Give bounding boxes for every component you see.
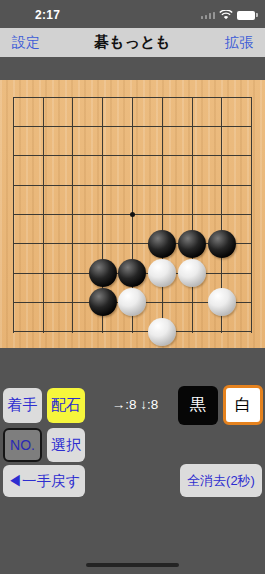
move-mode-button[interactable]: 着手 xyxy=(3,388,42,423)
black-stone[interactable] xyxy=(89,259,117,287)
black-stone[interactable] xyxy=(208,230,236,258)
number-toggle-button[interactable]: NO. xyxy=(3,428,42,462)
home-indicator[interactable] xyxy=(86,563,179,567)
status-icons xyxy=(201,10,256,20)
page-title: 碁もっとも xyxy=(94,33,170,52)
select-mode-button[interactable]: 選択 xyxy=(47,428,85,462)
clock: 2:17 xyxy=(35,8,60,22)
white-color-button[interactable]: 白 xyxy=(223,385,263,425)
extend-button[interactable]: 拡張 xyxy=(225,34,253,52)
clear-all-button[interactable]: 全消去(2秒) xyxy=(180,464,262,497)
black-color-button[interactable]: 黒 xyxy=(178,386,218,425)
board-stones-grid xyxy=(0,82,265,346)
white-stone[interactable] xyxy=(118,288,146,316)
white-stone[interactable] xyxy=(148,318,176,346)
app-screen: 2:17 設定 碁もっとも 拡張 着手 配石 →:8 ↓:8 黒 白 NO. 選… xyxy=(0,0,265,574)
white-stone[interactable] xyxy=(178,259,206,287)
black-stone[interactable] xyxy=(148,230,176,258)
black-stone[interactable] xyxy=(89,288,117,316)
undo-move-button[interactable]: ◀一手戻す xyxy=(3,465,85,497)
battery-icon xyxy=(237,11,255,20)
black-stone[interactable] xyxy=(118,259,146,287)
status-bar: 2:17 xyxy=(0,0,265,28)
settings-button[interactable]: 設定 xyxy=(12,34,40,52)
go-board[interactable] xyxy=(0,80,265,348)
wifi-icon xyxy=(219,10,233,20)
nav-bar: 設定 碁もっとも 拡張 xyxy=(0,28,265,57)
white-stone[interactable] xyxy=(148,259,176,287)
white-stone[interactable] xyxy=(208,288,236,316)
last-coordinate-readout: →:8 ↓:8 xyxy=(98,397,172,412)
black-stone[interactable] xyxy=(178,230,206,258)
place-stone-mode-button[interactable]: 配石 xyxy=(47,388,85,423)
cellular-signal-icon xyxy=(201,11,216,19)
